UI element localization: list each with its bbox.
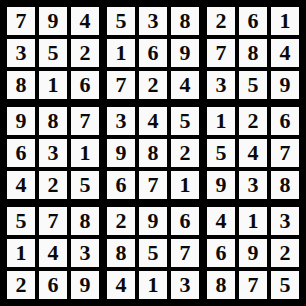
sudoku-cell-r1c5[interactable]: 3 [139,7,167,35]
sudoku-cell-r5c2[interactable]: 3 [39,139,67,167]
sudoku-cell-r9c9[interactable]: 5 [271,271,299,299]
sudoku-cell-r4c6[interactable]: 5 [171,107,199,135]
sudoku-row: 578296413 [7,207,299,235]
sudoku-row: 794538261 [7,7,299,35]
sudoku-cell-r7c6[interactable]: 6 [171,207,199,235]
sudoku-cell-r1c4[interactable]: 5 [107,7,135,35]
sudoku-row: 143857692 [7,239,299,267]
sudoku-cell-r7c4[interactable]: 2 [107,207,135,235]
sudoku-cell-r4c1[interactable]: 9 [7,107,35,135]
sudoku-cell-r6c2[interactable]: 2 [39,171,67,199]
sudoku-cell-r8c9[interactable]: 2 [271,239,299,267]
sudoku-cell-r9c1[interactable]: 2 [7,271,35,299]
sudoku-row: 631982547 [7,139,299,167]
sudoku-cell-r8c2[interactable]: 4 [39,239,67,267]
sudoku-cell-r5c6[interactable]: 2 [171,139,199,167]
sudoku-cell-r8c4[interactable]: 8 [107,239,135,267]
sudoku-cell-r6c1[interactable]: 4 [7,171,35,199]
sudoku-cell-r3c9[interactable]: 9 [271,71,299,99]
sudoku-cell-r8c3[interactable]: 3 [71,239,99,267]
sudoku-cell-r9c7[interactable]: 8 [207,271,235,299]
sudoku-cell-r1c8[interactable]: 6 [239,7,267,35]
sudoku-cell-r1c9[interactable]: 1 [271,7,299,35]
sudoku-cell-r5c9[interactable]: 7 [271,139,299,167]
sudoku-cell-r8c1[interactable]: 1 [7,239,35,267]
sudoku-cell-r3c7[interactable]: 3 [207,71,235,99]
sudoku-row: 425671938 [7,171,299,199]
sudoku-cell-r6c9[interactable]: 8 [271,171,299,199]
sudoku-cell-r5c3[interactable]: 1 [71,139,99,167]
sudoku-cell-r2c1[interactable]: 3 [7,39,35,67]
sudoku-cell-r6c8[interactable]: 3 [239,171,267,199]
sudoku-row: 987345126 [7,107,299,135]
sudoku-cell-r7c7[interactable]: 4 [207,207,235,235]
sudoku-cell-r4c7[interactable]: 1 [207,107,235,135]
sudoku-cell-r7c8[interactable]: 1 [239,207,267,235]
sudoku-cell-r3c2[interactable]: 1 [39,71,67,99]
sudoku-cell-r3c3[interactable]: 6 [71,71,99,99]
sudoku-cell-r9c6[interactable]: 3 [171,271,199,299]
sudoku-row: 352169784 [7,39,299,67]
sudoku-cell-r8c6[interactable]: 7 [171,239,199,267]
sudoku-cell-r2c3[interactable]: 2 [71,39,99,67]
sudoku-cell-r2c7[interactable]: 7 [207,39,235,67]
sudoku-cell-r1c3[interactable]: 4 [71,7,99,35]
sudoku-cell-r6c3[interactable]: 5 [71,171,99,199]
sudoku-cell-r1c1[interactable]: 7 [7,7,35,35]
sudoku-cell-r6c4[interactable]: 6 [107,171,135,199]
sudoku-cell-r9c8[interactable]: 7 [239,271,267,299]
sudoku-cell-r3c8[interactable]: 5 [239,71,267,99]
sudoku-cell-r9c4[interactable]: 4 [107,271,135,299]
sudoku-cell-r6c7[interactable]: 9 [207,171,235,199]
sudoku-cell-r6c5[interactable]: 7 [139,171,167,199]
sudoku-cell-r5c4[interactable]: 9 [107,139,135,167]
sudoku-cell-r4c9[interactable]: 6 [271,107,299,135]
sudoku-cell-r8c8[interactable]: 9 [239,239,267,267]
sudoku-cell-r3c1[interactable]: 8 [7,71,35,99]
sudoku-board: 7945382613521697848167243599873451266319… [0,0,306,306]
sudoku-cell-r3c5[interactable]: 2 [139,71,167,99]
sudoku-cell-r5c5[interactable]: 8 [139,139,167,167]
sudoku-cell-r5c1[interactable]: 6 [7,139,35,167]
sudoku-cell-r2c8[interactable]: 8 [239,39,267,67]
sudoku-cell-r4c4[interactable]: 3 [107,107,135,135]
sudoku-cell-r1c7[interactable]: 2 [207,7,235,35]
sudoku-cell-r7c5[interactable]: 9 [139,207,167,235]
sudoku-cell-r7c9[interactable]: 3 [271,207,299,235]
sudoku-row: 269413875 [7,271,299,299]
sudoku-cell-r2c5[interactable]: 6 [139,39,167,67]
sudoku-cell-r2c6[interactable]: 9 [171,39,199,67]
sudoku-cell-r3c6[interactable]: 4 [171,71,199,99]
sudoku-cell-r5c8[interactable]: 4 [239,139,267,167]
sudoku-cell-r3c4[interactable]: 7 [107,71,135,99]
sudoku-cell-r6c6[interactable]: 1 [171,171,199,199]
sudoku-cell-r9c2[interactable]: 6 [39,271,67,299]
sudoku-cell-r4c2[interactable]: 8 [39,107,67,135]
sudoku-cell-r8c5[interactable]: 5 [139,239,167,267]
sudoku-cell-r1c2[interactable]: 9 [39,7,67,35]
sudoku-cell-r8c7[interactable]: 6 [207,239,235,267]
sudoku-cell-r2c4[interactable]: 1 [107,39,135,67]
sudoku-cell-r5c7[interactable]: 5 [207,139,235,167]
sudoku-row: 816724359 [7,71,299,99]
sudoku-cell-r4c3[interactable]: 7 [71,107,99,135]
sudoku-cell-r7c2[interactable]: 7 [39,207,67,235]
sudoku-cell-r4c5[interactable]: 4 [139,107,167,135]
sudoku-cell-r2c2[interactable]: 5 [39,39,67,67]
sudoku-cell-r9c5[interactable]: 1 [139,271,167,299]
sudoku-cell-r2c9[interactable]: 4 [271,39,299,67]
sudoku-cell-r7c3[interactable]: 8 [71,207,99,235]
sudoku-cell-r7c1[interactable]: 5 [7,207,35,235]
sudoku-cell-r1c6[interactable]: 8 [171,7,199,35]
sudoku-cell-r9c3[interactable]: 9 [71,271,99,299]
sudoku-cell-r4c8[interactable]: 2 [239,107,267,135]
